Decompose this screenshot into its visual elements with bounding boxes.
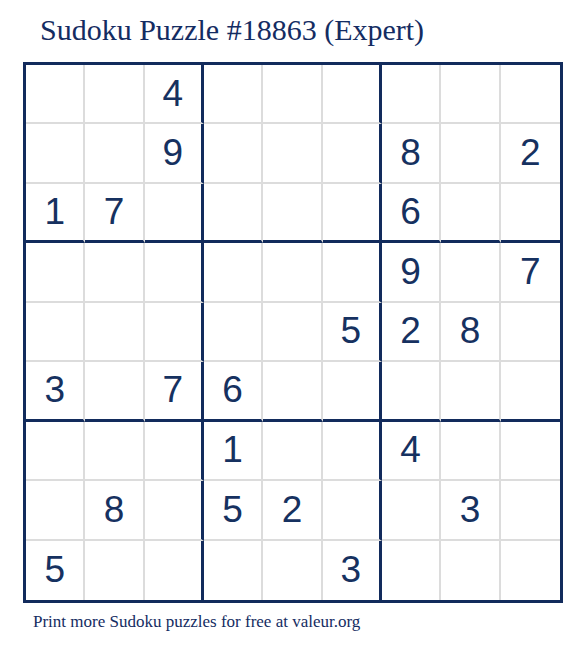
cell-r1c4[interactable] xyxy=(204,65,263,124)
cell-r7c2[interactable] xyxy=(85,422,144,481)
cell-r8c5[interactable]: 2 xyxy=(263,481,322,540)
cell-r4c2[interactable] xyxy=(85,243,144,302)
cell-r6c2[interactable] xyxy=(85,362,144,421)
cell-r4c8[interactable] xyxy=(441,243,500,302)
cell-r4c6[interactable] xyxy=(323,243,382,302)
cell-r9c8[interactable] xyxy=(441,541,500,600)
cell-r3c8[interactable] xyxy=(441,184,500,243)
cell-r5c7[interactable]: 2 xyxy=(382,303,441,362)
cell-r5c2[interactable] xyxy=(85,303,144,362)
cell-r9c4[interactable] xyxy=(204,541,263,600)
cell-r2c8[interactable] xyxy=(441,124,500,183)
cell-r1c3[interactable]: 4 xyxy=(145,65,204,124)
cell-r6c6[interactable] xyxy=(323,362,382,421)
cell-r2c6[interactable] xyxy=(323,124,382,183)
cell-r1c2[interactable] xyxy=(85,65,144,124)
cell-r6c8[interactable] xyxy=(441,362,500,421)
cell-r3c3[interactable] xyxy=(145,184,204,243)
cell-r2c5[interactable] xyxy=(263,124,322,183)
cell-r9c2[interactable] xyxy=(85,541,144,600)
cell-r8c7[interactable] xyxy=(382,481,441,540)
cell-r6c1[interactable]: 3 xyxy=(26,362,85,421)
cell-r7c4[interactable]: 1 xyxy=(204,422,263,481)
cell-r8c2[interactable]: 8 xyxy=(85,481,144,540)
cell-r7c6[interactable] xyxy=(323,422,382,481)
cell-r8c4[interactable]: 5 xyxy=(204,481,263,540)
cell-r4c1[interactable] xyxy=(26,243,85,302)
cell-r1c6[interactable] xyxy=(323,65,382,124)
cell-r7c5[interactable] xyxy=(263,422,322,481)
cell-r2c1[interactable] xyxy=(26,124,85,183)
cell-r7c8[interactable] xyxy=(441,422,500,481)
cell-r5c1[interactable] xyxy=(26,303,85,362)
cell-r9c9[interactable] xyxy=(501,541,560,600)
footer-text: Print more Sudoku puzzles for free at va… xyxy=(33,612,360,632)
cell-r7c7[interactable]: 4 xyxy=(382,422,441,481)
cell-r1c7[interactable] xyxy=(382,65,441,124)
cell-r1c5[interactable] xyxy=(263,65,322,124)
cell-r6c4[interactable]: 6 xyxy=(204,362,263,421)
cell-r4c7[interactable]: 9 xyxy=(382,243,441,302)
cell-r3c4[interactable] xyxy=(204,184,263,243)
cell-r6c9[interactable] xyxy=(501,362,560,421)
cell-r8c1[interactable] xyxy=(26,481,85,540)
cell-r7c9[interactable] xyxy=(501,422,560,481)
cell-r6c3[interactable]: 7 xyxy=(145,362,204,421)
cell-r2c3[interactable]: 9 xyxy=(145,124,204,183)
cell-r3c5[interactable] xyxy=(263,184,322,243)
cell-r3c6[interactable] xyxy=(323,184,382,243)
cell-r3c2[interactable]: 7 xyxy=(85,184,144,243)
cell-r7c1[interactable] xyxy=(26,422,85,481)
cell-r8c3[interactable] xyxy=(145,481,204,540)
cell-r8c9[interactable] xyxy=(501,481,560,540)
cell-r3c1[interactable]: 1 xyxy=(26,184,85,243)
cell-r4c3[interactable] xyxy=(145,243,204,302)
page-title: Sudoku Puzzle #18863 (Expert) xyxy=(40,13,424,48)
cell-r2c2[interactable] xyxy=(85,124,144,183)
cell-r6c7[interactable] xyxy=(382,362,441,421)
cell-r9c6[interactable]: 3 xyxy=(323,541,382,600)
cell-r3c7[interactable]: 6 xyxy=(382,184,441,243)
cell-r7c3[interactable] xyxy=(145,422,204,481)
cell-r5c3[interactable] xyxy=(145,303,204,362)
cell-r3c9[interactable] xyxy=(501,184,560,243)
cell-r1c8[interactable] xyxy=(441,65,500,124)
cell-r9c1[interactable]: 5 xyxy=(26,541,85,600)
cell-r5c9[interactable] xyxy=(501,303,560,362)
cell-r1c1[interactable] xyxy=(26,65,85,124)
cell-r5c6[interactable]: 5 xyxy=(323,303,382,362)
cell-r9c3[interactable] xyxy=(145,541,204,600)
cell-r4c9[interactable]: 7 xyxy=(501,243,560,302)
cell-r2c9[interactable]: 2 xyxy=(501,124,560,183)
cell-r5c5[interactable] xyxy=(263,303,322,362)
cell-r4c5[interactable] xyxy=(263,243,322,302)
cell-r2c4[interactable] xyxy=(204,124,263,183)
cell-r4c4[interactable] xyxy=(204,243,263,302)
cell-r9c7[interactable] xyxy=(382,541,441,600)
cell-r8c6[interactable] xyxy=(323,481,382,540)
cell-r5c4[interactable] xyxy=(204,303,263,362)
cell-r9c5[interactable] xyxy=(263,541,322,600)
cell-r1c9[interactable] xyxy=(501,65,560,124)
cell-r5c8[interactable]: 8 xyxy=(441,303,500,362)
cell-r2c7[interactable]: 8 xyxy=(382,124,441,183)
cell-r8c8[interactable]: 3 xyxy=(441,481,500,540)
sudoku-grid: 49821769752837614852353 xyxy=(23,62,563,603)
cell-r6c5[interactable] xyxy=(263,362,322,421)
